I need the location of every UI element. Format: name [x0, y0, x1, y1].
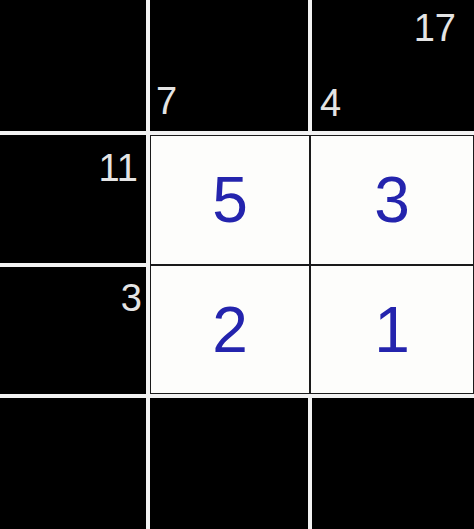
block-cell-r4c3 [312, 398, 474, 529]
entry-cell-r2c3[interactable]: 3 [310, 135, 474, 265]
clue-cell-r1c3: 17 4 [312, 0, 474, 131]
down-clue-col2: 7 [156, 82, 177, 120]
block-cell-r4c1 [0, 398, 146, 529]
entry-value-r3c2: 2 [212, 298, 248, 362]
entry-value-r2c2: 5 [212, 168, 248, 232]
top-right-clue: 17 [414, 9, 456, 47]
block-cell-r4c2 [150, 398, 308, 529]
entry-cell-r2c2[interactable]: 5 [150, 135, 310, 265]
across-clue-row2: 11 [99, 149, 138, 187]
entry-value-r3c3: 1 [374, 298, 410, 362]
kakuro-board: 7 17 4 11 3 5 3 2 1 [0, 0, 474, 529]
entry-cell-r3c3[interactable]: 1 [310, 265, 474, 394]
entry-value-r2c3: 3 [374, 168, 410, 232]
clue-cell-r2c1: 11 [0, 135, 146, 263]
entry-cell-r3c2[interactable]: 2 [150, 265, 310, 394]
grid-line-horizontal-3 [0, 394, 474, 398]
across-clue-row3: 3 [121, 279, 142, 317]
block-cell-r1c1 [0, 0, 146, 131]
clue-cell-r3c1: 3 [0, 267, 146, 394]
down-clue-col3: 4 [320, 84, 341, 122]
clue-cell-r1c2: 7 [150, 0, 308, 131]
